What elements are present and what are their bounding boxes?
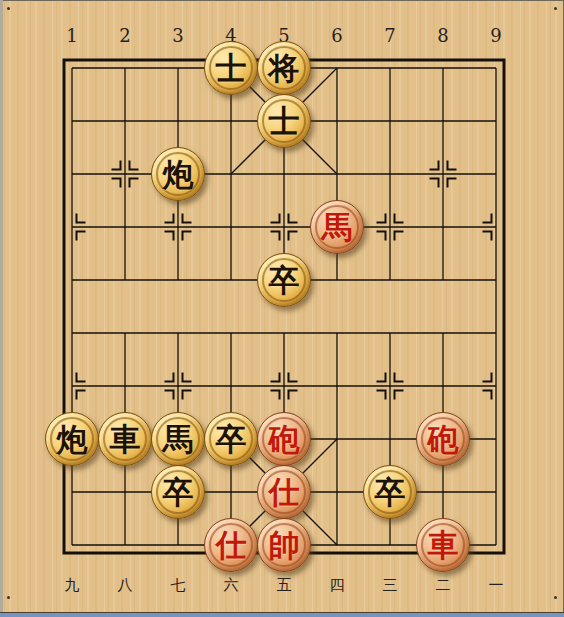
piece-glyph: 卒: [163, 477, 194, 508]
piece-black-soldier[interactable]: 卒: [257, 253, 311, 307]
top-file-label-9: 9: [476, 25, 516, 46]
piece-glyph: 仕: [269, 477, 300, 508]
piece-black-general[interactable]: 将: [257, 41, 311, 95]
top-file-label-6: 6: [317, 25, 357, 46]
piece-glyph: 帥: [269, 530, 300, 561]
piece-glyph: 将: [269, 53, 300, 84]
top-file-label-8: 8: [423, 25, 463, 46]
bottom-file-label-7: 三: [370, 576, 410, 595]
piece-black-horse[interactable]: 馬: [151, 412, 205, 466]
top-file-label-7: 7: [370, 25, 410, 46]
piece-black-cannon[interactable]: 炮: [45, 412, 99, 466]
piece-glyph: 卒: [375, 477, 406, 508]
bottom-file-label-1: 九: [52, 576, 92, 595]
bottom-file-label-6: 四: [317, 576, 357, 595]
bottom-file-label-9: 一: [476, 576, 516, 595]
piece-glyph: 砲: [428, 424, 459, 455]
window-left-edge: [0, 0, 3, 617]
piece-black-soldier[interactable]: 卒: [151, 465, 205, 519]
piece-red-cannon[interactable]: 砲: [257, 412, 311, 466]
window-bottom-edge: [0, 612, 564, 617]
piece-red-general[interactable]: 帥: [257, 518, 311, 572]
piece-glyph: 卒: [216, 424, 247, 455]
piece-glyph: 士: [269, 106, 300, 137]
piece-red-horse[interactable]: 馬: [310, 200, 364, 254]
bottom-file-label-5: 五: [264, 576, 304, 595]
top-file-label-2: 2: [105, 25, 145, 46]
piece-black-cannon[interactable]: 炮: [151, 147, 205, 201]
bottom-file-label-4: 六: [211, 576, 251, 595]
piece-glyph: 仕: [216, 530, 247, 561]
bottom-file-label-2: 八: [105, 576, 145, 595]
corner-pin: [554, 596, 557, 599]
corner-pin: [7, 596, 10, 599]
piece-glyph: 卒: [269, 265, 300, 296]
piece-glyph: 砲: [269, 424, 300, 455]
piece-glyph: 車: [110, 424, 141, 455]
bottom-file-label-8: 二: [423, 576, 463, 595]
piece-glyph: 馬: [163, 424, 194, 455]
piece-glyph: 馬: [322, 212, 353, 243]
top-file-label-1: 1: [52, 25, 92, 46]
piece-red-cannon[interactable]: 砲: [416, 412, 470, 466]
piece-black-advisor[interactable]: 士: [257, 94, 311, 148]
piece-black-chariot[interactable]: 車: [98, 412, 152, 466]
piece-glyph: 車: [428, 530, 459, 561]
top-file-label-3: 3: [158, 25, 198, 46]
piece-glyph: 士: [216, 53, 247, 84]
bottom-file-label-3: 七: [158, 576, 198, 595]
xiangqi-app-window: 123456789 九八七六五四三二一 士将士炮馬卒炮車馬卒砲砲卒仕卒仕帥車: [0, 0, 564, 617]
corner-pin: [7, 7, 10, 10]
piece-glyph: 炮: [57, 424, 88, 455]
piece-red-advisor[interactable]: 仕: [204, 518, 258, 572]
piece-red-advisor[interactable]: 仕: [257, 465, 311, 519]
piece-red-chariot[interactable]: 車: [416, 518, 470, 572]
corner-pin: [554, 7, 557, 10]
piece-black-advisor[interactable]: 士: [204, 41, 258, 95]
piece-glyph: 炮: [163, 159, 194, 190]
piece-black-soldier[interactable]: 卒: [204, 412, 258, 466]
piece-black-soldier[interactable]: 卒: [363, 465, 417, 519]
